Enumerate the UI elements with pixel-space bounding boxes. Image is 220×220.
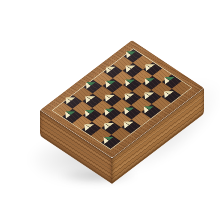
cube-roof-triangle bbox=[121, 48, 136, 59]
product-photo-stage bbox=[0, 0, 220, 220]
cube-roof-triangle bbox=[61, 94, 76, 105]
cube-roof-triangle bbox=[101, 63, 116, 74]
cube-roof-triangle bbox=[81, 78, 96, 89]
